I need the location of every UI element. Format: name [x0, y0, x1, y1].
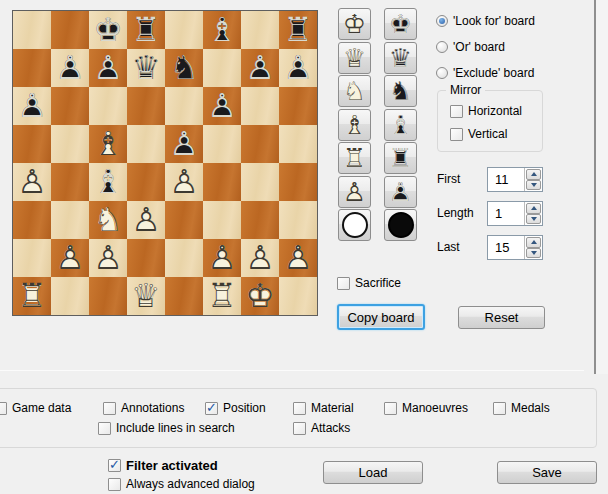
square-b1[interactable]: [51, 277, 89, 315]
palette-black-bishop-button[interactable]: ♝♗: [384, 109, 417, 141]
first-value[interactable]: 11: [488, 168, 524, 191]
first-spin-down-button[interactable]: [526, 180, 541, 191]
tab-page-bottom-edge: [0, 370, 584, 371]
black-rook: ♜♖: [127, 11, 165, 49]
checkbox-label: Manoeuvres: [402, 401, 468, 415]
square-f2[interactable]: ♟♙: [203, 239, 241, 277]
load-button[interactable]: Load: [323, 461, 423, 484]
palette-black-knight-button[interactable]: ♞♘: [384, 75, 417, 107]
sacrifice-checkbox[interactable]: Sacrifice: [337, 276, 401, 290]
square-a3[interactable]: [13, 201, 51, 239]
square-c2[interactable]: ♟♙: [89, 239, 127, 277]
black-pawn: ♟♙: [385, 177, 416, 207]
palette-black-queen-button[interactable]: ♛♕: [384, 42, 417, 74]
square-h5[interactable]: [279, 125, 317, 163]
radio-icon: [436, 67, 448, 79]
radio-label: 'Look for' board: [453, 14, 535, 28]
search-criteria-group: [0, 388, 597, 448]
square-a4[interactable]: ♟♙: [13, 163, 51, 201]
white-queen: ♛♕: [339, 43, 370, 73]
square-e2[interactable]: [165, 239, 203, 277]
checkbox-label: Medals: [511, 401, 550, 415]
square-c7[interactable]: ♟♙: [89, 49, 127, 87]
mirror-horizontal-checkbox[interactable]: Horizontal: [450, 104, 522, 118]
black-pawn: ♟♙: [165, 125, 203, 163]
square-b3[interactable]: [51, 201, 89, 239]
last-label: Last: [437, 235, 460, 260]
black-pawn: ♟♙: [89, 49, 127, 87]
reset-button[interactable]: Reset: [458, 306, 545, 329]
save-button[interactable]: Save: [497, 461, 597, 484]
medals-checkbox[interactable]: Medals: [493, 401, 550, 415]
square-e8[interactable]: [165, 11, 203, 49]
black-bishop: ♝♗: [385, 110, 416, 140]
black-pawn: ♟♙: [279, 49, 317, 87]
white-knight: ♞♘: [89, 201, 127, 239]
black-knight: ♞♘: [385, 76, 416, 106]
white-king: ♚♔: [339, 9, 370, 39]
checkbox-box: [293, 402, 306, 415]
black-queen: ♛♕: [127, 49, 165, 87]
checkbox-box: [450, 105, 463, 118]
palette-black-rook-button[interactable]: ♜♖: [384, 142, 417, 174]
palette-black-pawn-button[interactable]: ♟♙: [384, 176, 417, 208]
last-value[interactable]: 15: [488, 236, 524, 259]
square-c6[interactable]: [89, 87, 127, 125]
checkbox-label: Game data: [12, 401, 71, 415]
white-any-piece-icon: [342, 212, 368, 238]
square-a2[interactable]: [13, 239, 51, 277]
square-d6[interactable]: [127, 87, 165, 125]
square-c5[interactable]: ♝♗: [89, 125, 127, 163]
right-margin-strip: [596, 0, 608, 374]
square-d8[interactable]: ♜♖: [127, 11, 165, 49]
square-e5[interactable]: ♟♙: [165, 125, 203, 163]
black-any-piece-icon: [388, 212, 414, 238]
square-f4[interactable]: [203, 163, 241, 201]
down-arrow-icon: [531, 217, 537, 221]
square-g8[interactable]: [241, 11, 279, 49]
white-pawn: ♟♙: [51, 239, 89, 277]
palette-white-pawn-button[interactable]: ♟♙: [338, 176, 371, 208]
up-arrow-icon: [531, 206, 537, 210]
square-a8[interactable]: [13, 11, 51, 49]
square-f6[interactable]: ♟♙: [203, 87, 241, 125]
checkbox-box: [0, 402, 7, 415]
length-spin-up-button[interactable]: [526, 203, 541, 214]
square-f1[interactable]: ♜♖: [203, 277, 241, 315]
square-d1[interactable]: ♛♕: [127, 277, 165, 315]
square-b6[interactable]: [51, 87, 89, 125]
square-d4[interactable]: [127, 163, 165, 201]
black-king: ♚♔: [89, 11, 127, 49]
length-value[interactable]: 1: [488, 202, 524, 225]
first-spinbox[interactable]: 11: [487, 167, 543, 192]
down-arrow-icon: [531, 183, 537, 187]
sacrifice-label: Sacrifice: [355, 276, 401, 290]
white-queen: ♛♕: [127, 277, 165, 315]
square-f7[interactable]: [203, 49, 241, 87]
include-lines-in-search-checkbox[interactable]: Include lines in search: [98, 421, 235, 435]
square-d3[interactable]: ♟♙: [127, 201, 165, 239]
copy-board-button[interactable]: Copy board: [337, 304, 425, 330]
square-b7[interactable]: ♟♙: [51, 49, 89, 87]
square-g4[interactable]: [241, 163, 279, 201]
white-bishop: ♝♗: [339, 110, 370, 140]
radio-label: 'Or' board: [453, 40, 505, 54]
square-e3[interactable]: [165, 201, 203, 239]
black-rook: ♜♖: [385, 143, 416, 173]
checkbox-box: [493, 402, 506, 415]
square-g2[interactable]: ♟♙: [241, 239, 279, 277]
black-pawn: ♟♙: [203, 87, 241, 125]
square-h3[interactable]: [279, 201, 317, 239]
square-h2[interactable]: ♟♙: [279, 239, 317, 277]
first-label: First: [437, 167, 460, 192]
square-b4[interactable]: [51, 163, 89, 201]
position-checkbox[interactable]: Position: [205, 401, 266, 415]
checkbox-box: [205, 402, 218, 415]
square-g7[interactable]: ♟♙: [241, 49, 279, 87]
square-b8[interactable]: [51, 11, 89, 49]
square-f3[interactable]: [203, 201, 241, 239]
black-pawn: ♟♙: [13, 87, 51, 125]
square-e4[interactable]: ♟♙: [165, 163, 203, 201]
square-a7[interactable]: [13, 49, 51, 87]
black-rook: ♜♖: [279, 11, 317, 49]
checkbox-label: Material: [311, 401, 354, 415]
square-h4[interactable]: [279, 163, 317, 201]
material-checkbox[interactable]: Material: [293, 401, 354, 415]
square-d2[interactable]: [127, 239, 165, 277]
white-pawn: ♟♙: [279, 239, 317, 277]
square-h7[interactable]: ♟♙: [279, 49, 317, 87]
last-spinbox[interactable]: 15: [487, 235, 543, 260]
square-a6[interactable]: ♟♙: [13, 87, 51, 125]
checkbox-label: Attacks: [311, 421, 350, 435]
palette-white-rook-button[interactable]: ♜♖: [338, 142, 371, 174]
square-g6[interactable]: [241, 87, 279, 125]
square-h6[interactable]: [279, 87, 317, 125]
length-spinbox[interactable]: 1: [487, 201, 543, 226]
white-pawn: ♟♙: [89, 239, 127, 277]
square-f8[interactable]: ♝♗: [203, 11, 241, 49]
square-g3[interactable]: [241, 201, 279, 239]
black-king: ♚♔: [385, 9, 416, 39]
always-advanced-dialog-checkbox[interactable]: Always advanced dialog: [108, 477, 255, 491]
first-spin-up-button[interactable]: [526, 169, 541, 180]
square-d7[interactable]: ♛♕: [127, 49, 165, 87]
square-e7[interactable]: ♞♘: [165, 49, 203, 87]
last-spin-up-button[interactable]: [526, 237, 541, 248]
square-c4[interactable]: ♝♗: [89, 163, 127, 201]
white-pawn: ♟♙: [339, 177, 370, 207]
white-pawn: ♟♙: [203, 239, 241, 277]
always-advanced-dialog-label: Always advanced dialog: [126, 477, 255, 491]
checkbox-box: [450, 128, 463, 141]
palette-white-bishop-button[interactable]: ♝♗: [338, 109, 371, 141]
radio-label: 'Exclude' board: [453, 66, 534, 80]
sacrifice-checkbox-box: [337, 277, 350, 290]
filter-activated-checkbox-box: [108, 459, 121, 472]
white-king: ♚♔: [241, 277, 279, 315]
square-h8[interactable]: ♜♖: [279, 11, 317, 49]
white-knight: ♞♘: [339, 76, 370, 106]
black-pawn: ♟♙: [241, 49, 279, 87]
mirror-group: Mirror HorizontalVertical: [437, 90, 543, 152]
radio-icon: [436, 15, 448, 27]
mirror-group-title: Mirror: [446, 83, 485, 97]
white-pawn: ♟♙: [241, 239, 279, 277]
square-g5[interactable]: [241, 125, 279, 163]
checkbox-label: Horizontal: [468, 104, 522, 118]
palette-white-knight-button[interactable]: ♞♘: [338, 75, 371, 107]
square-a5[interactable]: [13, 125, 51, 163]
square-g1[interactable]: ♚♔: [241, 277, 279, 315]
length-label: Length: [437, 201, 474, 226]
black-pawn: ♟♙: [51, 49, 89, 87]
checkbox-box: [103, 402, 116, 415]
filter-activated-checkbox[interactable]: Filter activated: [108, 458, 218, 473]
palette-black-any-button[interactable]: [384, 209, 417, 241]
square-e1[interactable]: [165, 277, 203, 315]
square-a1[interactable]: ♜♖: [13, 277, 51, 315]
square-b5[interactable]: [51, 125, 89, 163]
length-spin-down-button[interactable]: [526, 214, 541, 225]
down-arrow-icon: [531, 251, 537, 255]
square-d5[interactable]: [127, 125, 165, 163]
last-spin-down-button[interactable]: [526, 248, 541, 259]
palette-white-any-button[interactable]: [338, 209, 371, 241]
black-knight: ♞♘: [165, 49, 203, 87]
always-advanced-dialog-checkbox-box: [108, 478, 121, 491]
manoeuvres-checkbox[interactable]: Manoeuvres: [384, 401, 468, 415]
up-arrow-icon: [531, 240, 537, 244]
checkbox-label: Include lines in search: [116, 421, 235, 435]
palette-white-king-button[interactable]: ♚♔: [338, 8, 371, 40]
square-f5[interactable]: [203, 125, 241, 163]
filter-activated-label: Filter activated: [126, 458, 218, 473]
game-data-checkbox[interactable]: Game data: [0, 401, 71, 415]
square-b2[interactable]: ♟♙: [51, 239, 89, 277]
radio-exclude-board[interactable]: 'Exclude' board: [436, 66, 534, 80]
attacks-checkbox[interactable]: Attacks: [293, 421, 350, 435]
radio-look-for-board[interactable]: 'Look for' board: [436, 14, 535, 28]
black-queen: ♛♕: [385, 43, 416, 73]
checkbox-label: Position: [223, 401, 266, 415]
black-bishop: ♝♗: [89, 163, 127, 201]
white-bishop: ♝♗: [89, 125, 127, 163]
chess-board: ♚♔♜♖♝♗♜♖♟♙♟♙♛♕♞♘♟♙♟♙♟♙♟♙♝♗♟♙♟♙♝♗♟♙♞♘♟♙♟♙…: [12, 10, 318, 316]
palette-black-king-button[interactable]: ♚♔: [384, 8, 417, 40]
square-c3[interactable]: ♞♘: [89, 201, 127, 239]
square-h1[interactable]: [279, 277, 317, 315]
checkbox-box: [293, 422, 306, 435]
white-rook: ♜♖: [203, 277, 241, 315]
white-rook: ♜♖: [13, 277, 51, 315]
radio-or-board[interactable]: 'Or' board: [436, 40, 505, 54]
square-c8[interactable]: ♚♔: [89, 11, 127, 49]
white-pawn: ♟♙: [127, 201, 165, 239]
up-arrow-icon: [531, 172, 537, 176]
checkbox-box: [384, 402, 397, 415]
radio-icon: [436, 41, 448, 53]
white-pawn: ♟♙: [13, 163, 51, 201]
black-bishop: ♝♗: [203, 11, 241, 49]
checkbox-label: Annotations: [121, 401, 184, 415]
white-pawn: ♟♙: [165, 163, 203, 201]
search-position-dialog: { "game": "chess", "position": { "fen": …: [0, 0, 608, 494]
annotations-checkbox[interactable]: Annotations: [103, 401, 184, 415]
mirror-vertical-checkbox[interactable]: Vertical: [450, 127, 507, 141]
checkbox-label: Vertical: [468, 127, 507, 141]
white-rook: ♜♖: [339, 143, 370, 173]
palette-white-queen-button[interactable]: ♛♕: [338, 42, 371, 74]
square-c1[interactable]: [89, 277, 127, 315]
square-e6[interactable]: [165, 87, 203, 125]
checkbox-box: [98, 422, 111, 435]
